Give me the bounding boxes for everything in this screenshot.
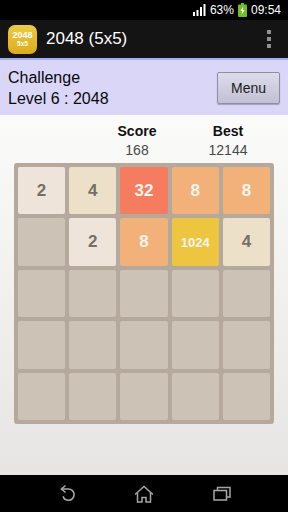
home-icon[interactable]: [131, 481, 157, 507]
signal-strength-icon: [193, 4, 206, 16]
empty-cell: [18, 218, 65, 265]
empty-cell: [172, 270, 219, 317]
app-icon-text-bottom: 5x5: [17, 40, 28, 48]
empty-cell: [69, 321, 116, 368]
challenge-strip: Challenge Level 6 : 2048 Menu: [0, 60, 288, 115]
tile-2: 2: [69, 218, 116, 265]
app-icon: 2048 5x5: [8, 25, 37, 54]
tile-8: 8: [223, 167, 270, 214]
tile-2: 2: [18, 167, 65, 214]
score-panel: Score 168 Best 12144: [0, 115, 288, 163]
score-label: Score: [92, 123, 182, 139]
empty-cell: [172, 373, 219, 420]
phone-screen: 63% 09:54 2048 5x5 2048 (5x5) Challenge …: [0, 0, 288, 512]
empty-cell: [69, 270, 116, 317]
tile-4: 4: [223, 218, 270, 265]
tile-4: 4: [69, 167, 116, 214]
best-value: 12144: [183, 142, 273, 158]
empty-cell: [18, 321, 65, 368]
status-bar: 63% 09:54: [0, 0, 288, 20]
tile-8: 8: [120, 218, 167, 265]
overflow-menu-icon[interactable]: [258, 24, 280, 54]
best-label: Best: [183, 123, 273, 139]
best-column: Best 12144: [183, 123, 273, 158]
battery-percent: 63%: [210, 3, 234, 17]
empty-cell: [18, 270, 65, 317]
empty-cell: [18, 373, 65, 420]
score-column: Score 168: [92, 123, 182, 158]
main-area: Score 168 Best 12144 2432882810244: [0, 115, 288, 475]
tile-32: 32: [120, 167, 167, 214]
app-bar: 2048 5x5 2048 (5x5): [0, 20, 288, 58]
app-title: 2048 (5x5): [46, 29, 249, 49]
empty-cell: [120, 270, 167, 317]
menu-button[interactable]: Menu: [217, 72, 280, 104]
challenge-title: Challenge: [8, 67, 217, 88]
recents-icon[interactable]: [209, 481, 235, 507]
clock: 09:54: [251, 3, 281, 17]
empty-cell: [69, 373, 116, 420]
battery-charging-icon: [238, 3, 247, 17]
empty-cell: [120, 373, 167, 420]
navigation-bar: [0, 475, 288, 512]
tile-1024: 1024: [172, 218, 219, 265]
tile-8: 8: [172, 167, 219, 214]
app-icon-text-top: 2048: [12, 30, 32, 40]
empty-cell: [223, 321, 270, 368]
empty-cell: [223, 270, 270, 317]
back-icon[interactable]: [53, 481, 79, 507]
empty-cell: [223, 373, 270, 420]
empty-cell: [172, 321, 219, 368]
score-value: 168: [92, 142, 182, 158]
empty-cell: [120, 321, 167, 368]
challenge-level: Level 6 : 2048: [8, 88, 217, 109]
board[interactable]: 2432882810244: [14, 163, 274, 424]
